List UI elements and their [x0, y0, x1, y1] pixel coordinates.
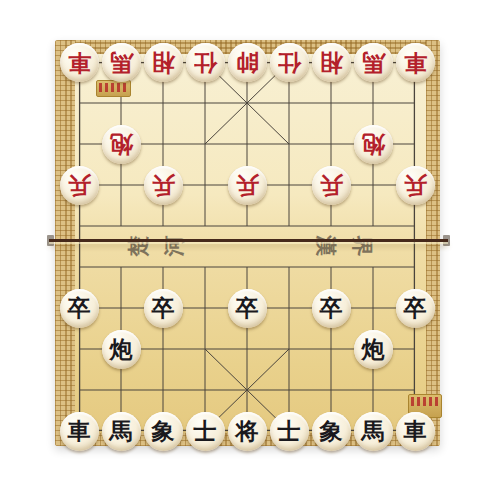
intersection: 車 — [394, 411, 436, 452]
intersection — [142, 370, 184, 411]
red-soldier-glyph: 兵 — [404, 174, 427, 197]
intersection — [352, 247, 394, 288]
intersection: 仕 — [184, 42, 226, 83]
intersection — [100, 288, 142, 329]
intersection: 象 — [142, 411, 184, 452]
intersection — [310, 329, 352, 370]
red-elephant-glyph: 相 — [320, 51, 343, 74]
intersection — [184, 206, 226, 247]
red-horse-glyph: 馬 — [362, 51, 385, 74]
intersection: 兵 — [142, 165, 184, 206]
intersection — [268, 370, 310, 411]
black-chariot-glyph: 車 — [404, 420, 427, 443]
piece-black-soldier[interactable]: 卒 — [228, 289, 267, 328]
black-soldier-glyph: 卒 — [404, 297, 427, 320]
intersection: 兵 — [226, 165, 268, 206]
intersection — [310, 247, 352, 288]
piece-black-horse[interactable]: 馬 — [354, 412, 393, 451]
intersection — [100, 247, 142, 288]
intersection — [268, 329, 310, 370]
piece-black-advisor[interactable]: 士 — [186, 412, 225, 451]
intersection: 馬 — [100, 411, 142, 452]
black-cannon-glyph: 炮 — [362, 338, 385, 361]
intersection — [310, 83, 352, 124]
piece-black-elephant[interactable]: 象 — [144, 412, 183, 451]
intersection — [58, 124, 100, 165]
piece-black-general[interactable]: 将 — [228, 412, 267, 451]
intersection — [226, 329, 268, 370]
intersection — [352, 165, 394, 206]
intersection: 車 — [58, 411, 100, 452]
intersection: 馬 — [352, 42, 394, 83]
intersection — [394, 247, 436, 288]
intersection — [394, 329, 436, 370]
intersection — [142, 247, 184, 288]
black-cannon-glyph: 炮 — [110, 338, 133, 361]
piece-red-chariot[interactable]: 車 — [60, 43, 99, 82]
intersection: 卒 — [394, 288, 436, 329]
intersection — [184, 329, 226, 370]
intersection — [184, 247, 226, 288]
intersection: 馬 — [100, 42, 142, 83]
intersection: 帥 — [226, 42, 268, 83]
piece-black-elephant[interactable]: 象 — [312, 412, 351, 451]
intersection — [142, 124, 184, 165]
intersection: 兵 — [58, 165, 100, 206]
intersection — [58, 329, 100, 370]
intersection: 卒 — [226, 288, 268, 329]
intersection: 相 — [310, 42, 352, 83]
black-horse-glyph: 馬 — [110, 420, 133, 443]
piece-red-elephant[interactable]: 相 — [144, 43, 183, 82]
intersection — [310, 124, 352, 165]
piece-red-elephant[interactable]: 相 — [312, 43, 351, 82]
piece-black-soldier[interactable]: 卒 — [60, 289, 99, 328]
piece-grid: 車馬相仕帥仕相馬車炮炮兵兵兵兵兵卒卒卒卒卒炮炮車馬象士将士象馬車 — [58, 42, 436, 452]
intersection: 兵 — [394, 165, 436, 206]
intersection — [310, 370, 352, 411]
intersection — [184, 124, 226, 165]
intersection: 馬 — [352, 411, 394, 452]
piece-red-cannon[interactable]: 炮 — [354, 125, 393, 164]
red-cannon-glyph: 炮 — [110, 133, 133, 156]
intersection — [394, 83, 436, 124]
intersection — [226, 206, 268, 247]
piece-black-cannon[interactable]: 炮 — [102, 330, 141, 369]
intersection — [394, 206, 436, 247]
intersection: 卒 — [142, 288, 184, 329]
intersection: 炮 — [352, 329, 394, 370]
intersection — [394, 370, 436, 411]
piece-black-soldier[interactable]: 卒 — [144, 289, 183, 328]
red-soldier-glyph: 兵 — [68, 174, 91, 197]
piece-red-horse[interactable]: 馬 — [354, 43, 393, 82]
piece-red-soldier[interactable]: 兵 — [312, 166, 351, 205]
black-elephant-glyph: 象 — [152, 420, 175, 443]
piece-red-advisor[interactable]: 仕 — [186, 43, 225, 82]
intersection: 炮 — [100, 124, 142, 165]
intersection: 士 — [268, 411, 310, 452]
piece-red-soldier[interactable]: 兵 — [396, 166, 435, 205]
intersection: 卒 — [58, 288, 100, 329]
intersection — [184, 370, 226, 411]
intersection — [100, 165, 142, 206]
product-photo: 楚 河 漢 界 車馬相仕帥仕相馬車炮炮兵兵兵兵兵卒卒卒卒卒炮炮車馬象士将士象馬車 — [0, 0, 500, 500]
intersection — [100, 370, 142, 411]
intersection: 兵 — [310, 165, 352, 206]
piece-red-horse[interactable]: 馬 — [102, 43, 141, 82]
intersection — [268, 124, 310, 165]
intersection: 士 — [184, 411, 226, 452]
piece-red-chariot[interactable]: 車 — [396, 43, 435, 82]
intersection — [142, 206, 184, 247]
piece-black-horse[interactable]: 馬 — [102, 412, 141, 451]
intersection — [268, 247, 310, 288]
intersection: 象 — [310, 411, 352, 452]
red-horse-glyph: 馬 — [110, 51, 133, 74]
piece-black-chariot[interactable]: 車 — [396, 412, 435, 451]
intersection — [226, 83, 268, 124]
intersection — [58, 370, 100, 411]
piece-red-soldier[interactable]: 兵 — [60, 166, 99, 205]
red-chariot-glyph: 車 — [404, 51, 427, 74]
intersection: 炮 — [352, 124, 394, 165]
piece-red-general[interactable]: 帥 — [228, 43, 267, 82]
black-chariot-glyph: 車 — [68, 420, 91, 443]
piece-black-advisor[interactable]: 士 — [270, 412, 309, 451]
piece-black-soldier[interactable]: 卒 — [396, 289, 435, 328]
intersection — [100, 83, 142, 124]
intersection: 仕 — [268, 42, 310, 83]
xiangqi-board: 楚 河 漢 界 車馬相仕帥仕相馬車炮炮兵兵兵兵兵卒卒卒卒卒炮炮車馬象士将士象馬車 — [55, 40, 440, 446]
intersection — [310, 206, 352, 247]
red-soldier-glyph: 兵 — [236, 174, 259, 197]
intersection: 炮 — [100, 329, 142, 370]
intersection — [226, 370, 268, 411]
intersection — [142, 329, 184, 370]
intersection: 車 — [394, 42, 436, 83]
black-soldier-glyph: 卒 — [320, 297, 343, 320]
intersection — [352, 288, 394, 329]
intersection — [268, 83, 310, 124]
intersection: 将 — [226, 411, 268, 452]
intersection — [226, 124, 268, 165]
intersection: 相 — [142, 42, 184, 83]
piece-black-chariot[interactable]: 車 — [60, 412, 99, 451]
piece-black-soldier[interactable]: 卒 — [312, 289, 351, 328]
red-advisor-glyph: 仕 — [278, 51, 301, 74]
red-soldier-glyph: 兵 — [320, 174, 343, 197]
intersection — [184, 165, 226, 206]
red-cannon-glyph: 炮 — [362, 133, 385, 156]
piece-red-soldier[interactable]: 兵 — [228, 166, 267, 205]
intersection — [184, 83, 226, 124]
black-soldier-glyph: 卒 — [236, 297, 259, 320]
piece-red-soldier[interactable]: 兵 — [144, 166, 183, 205]
piece-red-advisor[interactable]: 仕 — [270, 43, 309, 82]
intersection — [184, 288, 226, 329]
piece-red-cannon[interactable]: 炮 — [102, 125, 141, 164]
intersection — [142, 83, 184, 124]
intersection — [100, 206, 142, 247]
intersection — [352, 83, 394, 124]
intersection — [58, 83, 100, 124]
intersection: 車 — [58, 42, 100, 83]
piece-black-cannon[interactable]: 炮 — [354, 330, 393, 369]
intersection — [352, 206, 394, 247]
intersection — [394, 124, 436, 165]
intersection — [268, 165, 310, 206]
red-soldier-glyph: 兵 — [152, 174, 175, 197]
intersection — [268, 206, 310, 247]
red-general-glyph: 帥 — [236, 51, 259, 74]
black-soldier-glyph: 卒 — [68, 297, 91, 320]
red-chariot-glyph: 車 — [68, 51, 91, 74]
intersection — [352, 370, 394, 411]
intersection — [268, 288, 310, 329]
red-elephant-glyph: 相 — [152, 51, 175, 74]
black-soldier-glyph: 卒 — [152, 297, 175, 320]
intersection — [58, 247, 100, 288]
black-advisor-glyph: 士 — [194, 420, 217, 443]
black-elephant-glyph: 象 — [320, 420, 343, 443]
red-advisor-glyph: 仕 — [194, 51, 217, 74]
black-horse-glyph: 馬 — [362, 420, 385, 443]
black-general-glyph: 将 — [236, 420, 259, 443]
intersection: 卒 — [310, 288, 352, 329]
intersection — [58, 206, 100, 247]
black-advisor-glyph: 士 — [278, 420, 301, 443]
intersection — [226, 247, 268, 288]
